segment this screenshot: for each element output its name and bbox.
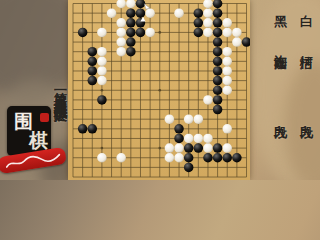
white-stone: [165, 114, 175, 124]
black-stone: [213, 143, 223, 153]
black-stone: [213, 37, 223, 47]
white-stone: [203, 95, 213, 105]
black-player-name: 许嘉阳: [272, 44, 288, 49]
white-stone: [222, 76, 232, 86]
black-stone: [213, 86, 223, 96]
black-stone: [213, 105, 223, 115]
black-stone: [174, 134, 184, 144]
white-stone: [194, 134, 204, 144]
white-stone: [97, 76, 107, 86]
logo-red-seal: [40, 113, 49, 122]
black-stone: [242, 37, 250, 47]
black-stone: [88, 57, 98, 66]
white-stone: [165, 153, 175, 163]
white-stone: [203, 28, 213, 38]
black-stone: [194, 8, 204, 17]
white-stone: [222, 124, 232, 134]
black-stone: [126, 37, 136, 47]
white-stone: [174, 153, 184, 163]
white-player-rank: 九段: [298, 114, 314, 117]
white-stone: [97, 153, 107, 163]
black-stone: [78, 124, 88, 134]
white-stone: [203, 134, 213, 144]
black-stone: [194, 143, 204, 153]
white-stone: [184, 134, 194, 144]
star-point: [101, 89, 104, 92]
white-stone: [232, 28, 242, 38]
broadcaster-logo: 围 棋: [4, 104, 62, 180]
black-stone: [126, 18, 136, 28]
white-stone: [174, 8, 184, 17]
white-stone: [126, 0, 136, 8]
black-stone: [126, 47, 136, 57]
white-stone: [116, 153, 126, 163]
black-stone: [213, 28, 223, 38]
broadcast-frame: { "event": { "left_banner": "第一届世界最高棋士战选…: [0, 0, 320, 180]
black-stone: [184, 163, 194, 173]
white-stone: [222, 66, 232, 76]
black-stone: [213, 95, 223, 105]
white-stone: [222, 18, 232, 28]
white-stone: [222, 143, 232, 153]
black-stone: [213, 18, 223, 28]
white-stone: [232, 37, 242, 47]
white-stone: [97, 66, 107, 76]
white-stone: [145, 28, 155, 38]
white-stone: [222, 47, 232, 57]
white-stone: [116, 18, 126, 28]
star-point: [158, 31, 161, 34]
white-stone: [145, 8, 155, 17]
go-board[interactable]: [68, 0, 250, 180]
white-stone: [165, 143, 175, 153]
white-stone: [203, 18, 213, 28]
black-stone: [194, 18, 204, 28]
black-stone: [184, 153, 194, 163]
white-stone: [107, 8, 117, 17]
white-stone: [97, 28, 107, 38]
black-stone: [213, 8, 223, 17]
white-stone: [203, 8, 213, 17]
black-stone: [213, 47, 223, 57]
black-stone: [174, 124, 184, 134]
black-stone: [203, 153, 213, 163]
white-stone: [194, 114, 204, 124]
star-point: [158, 89, 161, 92]
white-stone: [203, 0, 213, 8]
black-player-rank: 九段: [272, 114, 288, 117]
white-stone: [97, 57, 107, 66]
white-stone: [222, 57, 232, 66]
white-stone: [116, 47, 126, 57]
go-board-grid: [68, 0, 250, 180]
black-stone: [88, 66, 98, 76]
black-stone: [126, 28, 136, 38]
black-stone: [97, 95, 107, 105]
star-point: [158, 147, 161, 150]
black-stone: [213, 57, 223, 66]
black-side-label: 黑: [272, 5, 288, 7]
black-stone: [184, 143, 194, 153]
logo-square: 围 棋: [7, 106, 51, 156]
white-stone: [174, 143, 184, 153]
black-stone: [88, 76, 98, 86]
black-stone: [194, 28, 204, 38]
black-stone: [213, 153, 223, 163]
white-stone: [184, 114, 194, 124]
black-stone: [136, 8, 146, 17]
white-stone: [116, 28, 126, 38]
white-player-name: 柯洁: [298, 44, 314, 47]
white-stone: [116, 37, 126, 47]
black-stone: [78, 28, 88, 38]
cursor-icon: [144, 4, 150, 10]
black-stone: [126, 8, 136, 17]
black-stone: [213, 76, 223, 86]
black-stone: [88, 47, 98, 57]
black-stone: [222, 153, 232, 163]
white-side-label: 白: [298, 5, 314, 7]
white-stone: [97, 47, 107, 57]
black-stone: [213, 0, 223, 8]
black-stone: [88, 124, 98, 134]
star-point: [101, 147, 104, 150]
white-stone: [222, 86, 232, 96]
white-stone: [116, 0, 126, 8]
black-stone: [213, 66, 223, 76]
white-stone: [222, 28, 232, 38]
black-stone: [232, 153, 242, 163]
black-stone: [136, 0, 146, 8]
white-stone: [203, 143, 213, 153]
black-stone: [136, 28, 146, 38]
